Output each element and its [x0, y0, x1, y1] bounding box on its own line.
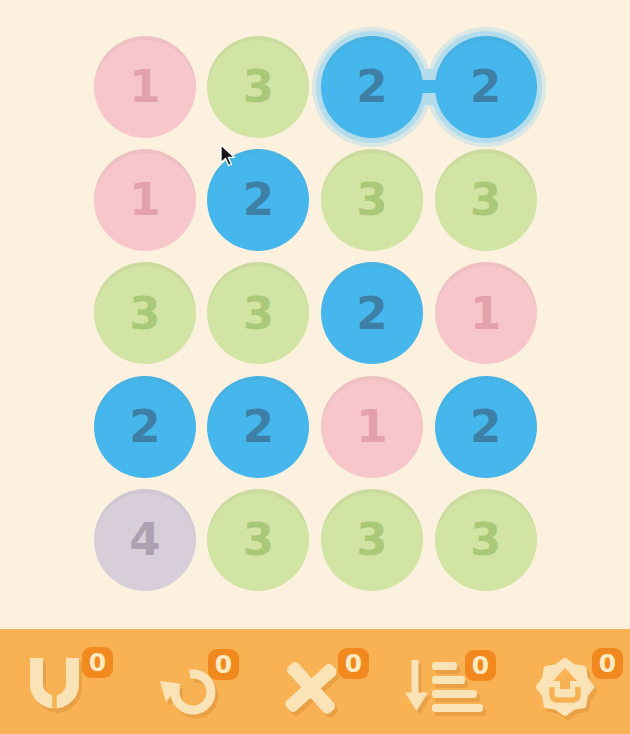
upgrade-count-badge: 0 [592, 648, 623, 679]
disc-value-1[interactable]: 1 [94, 36, 196, 138]
disc-value-3[interactable]: 3 [94, 262, 196, 364]
cell-r4c4[interactable]: 2 [429, 370, 543, 483]
cell-r2c2[interactable]: 2 [202, 143, 316, 256]
disc-value-2[interactable]: 2 [435, 376, 537, 478]
disc-value-3[interactable]: 3 [435, 489, 537, 591]
cell-r1c1[interactable]: 1 [88, 30, 202, 143]
remove-count-badge: 0 [338, 648, 369, 679]
cell-r3c4[interactable]: 1 [429, 257, 543, 370]
disc-value-3[interactable]: 3 [207, 262, 309, 364]
cell-r4c2[interactable]: 2 [202, 370, 316, 483]
selection-link-bridge [416, 80, 442, 93]
cell-r5c3[interactable]: 3 [315, 483, 429, 596]
undo-count-badge: 0 [82, 647, 113, 678]
cell-r2c1[interactable]: 1 [88, 143, 202, 256]
disc-value-2[interactable]: 2 [207, 376, 309, 478]
cell-r1c2[interactable]: 3 [202, 30, 316, 143]
cell-r3c2[interactable]: 3 [202, 257, 316, 370]
powerup-toolbar: 0 0 0 0 0 [0, 629, 630, 734]
mouse-cursor [220, 144, 240, 168]
board: 13221233332122124333 [88, 30, 542, 596]
cell-r1c4[interactable]: 2 [429, 30, 543, 143]
cell-r3c1[interactable]: 3 [88, 257, 202, 370]
disc-value-3[interactable]: 3 [321, 149, 423, 251]
disc-value-3[interactable]: 3 [435, 149, 537, 251]
disc-value-2[interactable]: 2 [94, 376, 196, 478]
cell-r1c3[interactable]: 2 [315, 30, 429, 143]
disc-value-2[interactable]: 2 [321, 36, 423, 138]
cell-r5c2[interactable]: 3 [202, 483, 316, 596]
disc-value-4[interactable]: 4 [94, 489, 196, 591]
cell-r5c4[interactable]: 3 [429, 483, 543, 596]
sort-count-badge: 0 [465, 650, 496, 681]
disc-value-1[interactable]: 1 [435, 262, 537, 364]
cell-r2c4[interactable]: 3 [429, 143, 543, 256]
disc-value-2[interactable]: 2 [321, 262, 423, 364]
cell-r4c3[interactable]: 1 [315, 370, 429, 483]
game-screen: 13221233332122124333 [0, 0, 630, 734]
disc-value-1[interactable]: 1 [321, 376, 423, 478]
disc-value-3[interactable]: 3 [207, 489, 309, 591]
disc-value-3[interactable]: 3 [207, 36, 309, 138]
disc-value-2[interactable]: 2 [435, 36, 537, 138]
cell-r5c1[interactable]: 4 [88, 483, 202, 596]
disc-value-1[interactable]: 1 [94, 149, 196, 251]
rotate-count-badge: 0 [208, 649, 239, 680]
disc-value-3[interactable]: 3 [321, 489, 423, 591]
cell-r2c3[interactable]: 3 [315, 143, 429, 256]
cell-r4c1[interactable]: 2 [88, 370, 202, 483]
cell-r3c3[interactable]: 2 [315, 257, 429, 370]
